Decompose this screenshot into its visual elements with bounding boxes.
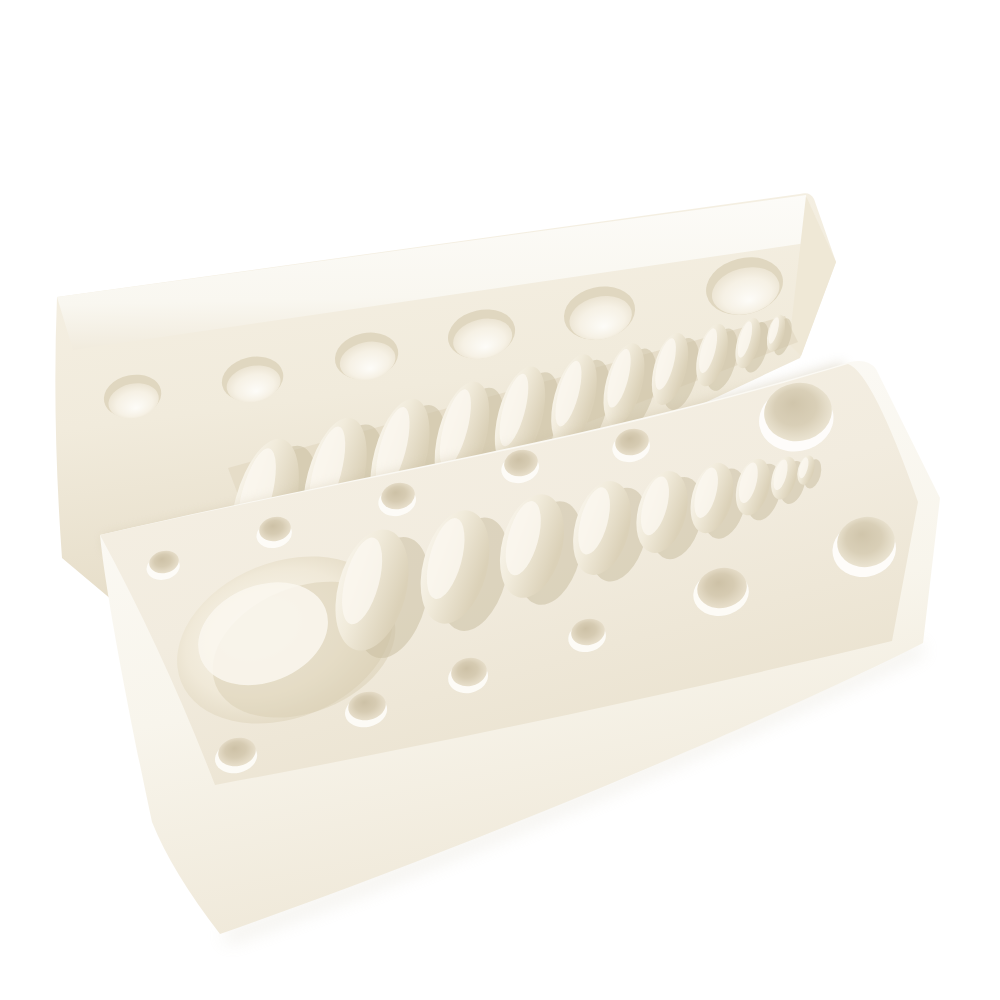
mold-photo-svg: Two-piece white silicone fondant mold fo… bbox=[0, 0, 1000, 1000]
product-photo: Two-piece white silicone fondant mold fo… bbox=[0, 0, 1000, 1000]
